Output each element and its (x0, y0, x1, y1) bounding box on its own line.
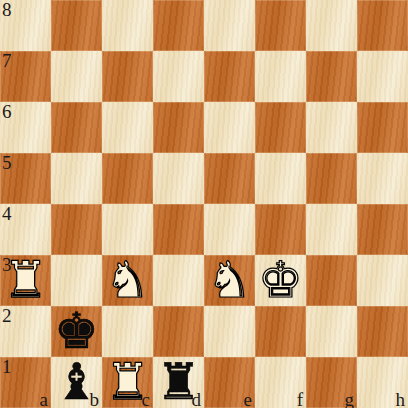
square-g1[interactable]: g (306, 357, 357, 408)
square-h4[interactable] (357, 204, 408, 255)
rank-label-4: 4 (2, 203, 12, 224)
square-c4[interactable] (102, 204, 153, 255)
square-b1[interactable]: b♝ (51, 357, 102, 408)
file-label-h: h (396, 389, 406, 408)
square-b8[interactable] (51, 0, 102, 51)
file-label-b: b (90, 389, 100, 408)
chess-board: 876543♜♞♞♚2♚1ab♝c♜d♜efgh (0, 0, 408, 408)
square-b6[interactable] (51, 102, 102, 153)
square-f7[interactable] (255, 51, 306, 102)
square-d7[interactable] (153, 51, 204, 102)
square-h2[interactable] (357, 306, 408, 357)
rank-label-7: 7 (2, 50, 12, 71)
square-h3[interactable] (357, 255, 408, 306)
square-c3[interactable]: ♞ (102, 255, 153, 306)
square-h8[interactable] (357, 0, 408, 51)
square-c6[interactable] (102, 102, 153, 153)
square-e3[interactable]: ♞ (204, 255, 255, 306)
square-c8[interactable] (102, 0, 153, 51)
square-f2[interactable] (255, 306, 306, 357)
file-label-f: f (297, 389, 303, 408)
square-e4[interactable] (204, 204, 255, 255)
square-e8[interactable] (204, 0, 255, 51)
square-e7[interactable] (204, 51, 255, 102)
square-b4[interactable] (51, 204, 102, 255)
square-b7[interactable] (51, 51, 102, 102)
square-g2[interactable] (306, 306, 357, 357)
rank-label-5: 5 (2, 152, 12, 173)
square-f6[interactable] (255, 102, 306, 153)
rank-label-3: 3 (2, 254, 12, 275)
square-a3[interactable]: 3♜ (0, 255, 51, 306)
square-h1[interactable]: h (357, 357, 408, 408)
square-b2[interactable]: ♚ (51, 306, 102, 357)
square-c2[interactable] (102, 306, 153, 357)
square-f1[interactable]: f (255, 357, 306, 408)
square-a6[interactable]: 6 (0, 102, 51, 153)
square-e2[interactable] (204, 306, 255, 357)
square-a7[interactable]: 7 (0, 51, 51, 102)
square-a4[interactable]: 4 (0, 204, 51, 255)
square-c5[interactable] (102, 153, 153, 204)
square-d5[interactable] (153, 153, 204, 204)
square-b5[interactable] (51, 153, 102, 204)
white-king-f3[interactable]: ♚ (258, 255, 303, 306)
square-h7[interactable] (357, 51, 408, 102)
square-d1[interactable]: d♜ (153, 357, 204, 408)
square-d4[interactable] (153, 204, 204, 255)
square-g7[interactable] (306, 51, 357, 102)
white-knight-c3[interactable]: ♞ (105, 255, 150, 306)
square-g6[interactable] (306, 102, 357, 153)
square-f5[interactable] (255, 153, 306, 204)
file-label-g: g (345, 389, 355, 408)
square-g3[interactable] (306, 255, 357, 306)
square-g4[interactable] (306, 204, 357, 255)
file-label-e: e (244, 389, 252, 408)
square-e1[interactable]: e (204, 357, 255, 408)
square-a5[interactable]: 5 (0, 153, 51, 204)
square-a1[interactable]: 1a (0, 357, 51, 408)
file-label-c: c (142, 389, 150, 408)
square-h5[interactable] (357, 153, 408, 204)
square-g8[interactable] (306, 0, 357, 51)
square-d3[interactable] (153, 255, 204, 306)
square-h6[interactable] (357, 102, 408, 153)
square-a2[interactable]: 2 (0, 306, 51, 357)
square-e5[interactable] (204, 153, 255, 204)
square-b3[interactable] (51, 255, 102, 306)
square-d8[interactable] (153, 0, 204, 51)
rank-label-8: 8 (2, 0, 12, 20)
rank-label-6: 6 (2, 101, 12, 122)
rank-label-2: 2 (2, 305, 12, 326)
square-d2[interactable] (153, 306, 204, 357)
rank-label-1: 1 (2, 356, 12, 377)
square-a8[interactable]: 8 (0, 0, 51, 51)
square-f3[interactable]: ♚ (255, 255, 306, 306)
black-king-b2[interactable]: ♚ (54, 306, 99, 357)
file-label-a: a (40, 389, 48, 408)
file-label-d: d (192, 389, 202, 408)
square-f8[interactable] (255, 0, 306, 51)
square-f4[interactable] (255, 204, 306, 255)
square-d6[interactable] (153, 102, 204, 153)
square-c1[interactable]: c♜ (102, 357, 153, 408)
square-c7[interactable] (102, 51, 153, 102)
white-knight-e3[interactable]: ♞ (207, 255, 252, 306)
square-g5[interactable] (306, 153, 357, 204)
square-e6[interactable] (204, 102, 255, 153)
